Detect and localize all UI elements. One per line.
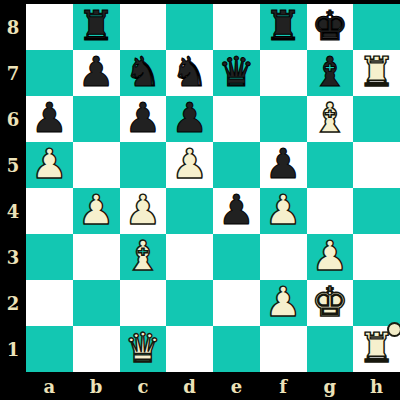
white-pawn-piece: ♟ <box>311 236 348 277</box>
rank-label-4: 4 <box>0 188 26 234</box>
square-a4[interactable] <box>26 188 73 234</box>
square-h4[interactable] <box>353 188 400 234</box>
white-bishop-piece: ♝ <box>311 98 348 139</box>
black-pawn-piece: ♟ <box>218 190 255 231</box>
black-pawn-piece: ♟ <box>78 52 115 93</box>
white-king-piece: ♚ <box>311 282 348 323</box>
square-h8[interactable] <box>353 4 400 50</box>
file-label-h: h <box>353 372 400 400</box>
square-d1[interactable] <box>166 326 213 372</box>
square-a3[interactable] <box>26 234 73 280</box>
square-f2[interactable]: ♟ <box>260 280 307 326</box>
rank-label-1: 1 <box>0 326 26 372</box>
square-c5[interactable] <box>120 142 167 188</box>
square-e5[interactable] <box>213 142 260 188</box>
square-g5[interactable] <box>307 142 354 188</box>
square-e2[interactable] <box>213 280 260 326</box>
white-bishop-piece: ♝ <box>124 236 161 277</box>
square-d7[interactable]: ♞ <box>166 50 213 96</box>
file-label-a: a <box>26 372 73 400</box>
square-b3[interactable] <box>73 234 120 280</box>
square-c7[interactable]: ♞ <box>120 50 167 96</box>
rank-label-3: 3 <box>0 234 26 280</box>
square-c2[interactable] <box>120 280 167 326</box>
white-pawn-piece: ♟ <box>124 190 161 231</box>
square-a5[interactable]: ♟ <box>26 142 73 188</box>
square-h1[interactable]: ♜ <box>353 326 400 372</box>
white-pawn-piece: ♟ <box>78 190 115 231</box>
black-king-piece: ♚ <box>311 6 348 47</box>
square-g4[interactable] <box>307 188 354 234</box>
square-d3[interactable] <box>166 234 213 280</box>
square-f3[interactable] <box>260 234 307 280</box>
square-e7[interactable]: ♛ <box>213 50 260 96</box>
file-label-g: g <box>307 372 354 400</box>
rank-label-2: 2 <box>0 280 26 326</box>
square-h6[interactable] <box>353 96 400 142</box>
black-knight-piece: ♞ <box>124 52 161 93</box>
square-f8[interactable]: ♜ <box>260 4 307 50</box>
file-label-d: d <box>166 372 213 400</box>
rank-label-5: 5 <box>0 142 26 188</box>
square-b4[interactable]: ♟ <box>73 188 120 234</box>
square-b8[interactable]: ♜ <box>73 4 120 50</box>
square-f4[interactable]: ♟ <box>260 188 307 234</box>
file-label-f: f <box>260 372 307 400</box>
square-c3[interactable]: ♝ <box>120 234 167 280</box>
white-pawn-piece: ♟ <box>265 190 302 231</box>
black-rook-piece: ♜ <box>78 6 115 47</box>
square-a2[interactable] <box>26 280 73 326</box>
black-rook-piece: ♜ <box>265 6 302 47</box>
black-pawn-piece: ♟ <box>171 98 208 139</box>
white-pawn-piece: ♟ <box>265 282 302 323</box>
square-c4[interactable]: ♟ <box>120 188 167 234</box>
square-b7[interactable]: ♟ <box>73 50 120 96</box>
black-pawn-piece: ♟ <box>124 98 161 139</box>
square-c8[interactable] <box>120 4 167 50</box>
file-label-b: b <box>73 372 120 400</box>
chess-board-frame: 87654321 ♜♜♚♟♞♞♛♝♜♟♟♟♝♟♟♟♟♟♟♟♝♟♟♚♛♜ abcd… <box>0 0 400 400</box>
black-queen-piece: ♛ <box>218 52 255 93</box>
square-b5[interactable] <box>73 142 120 188</box>
square-f6[interactable] <box>260 96 307 142</box>
square-f1[interactable] <box>260 326 307 372</box>
white-queen-piece: ♛ <box>124 328 161 369</box>
rank-label-6: 6 <box>0 96 26 142</box>
square-f7[interactable] <box>260 50 307 96</box>
white-pawn-piece: ♟ <box>171 144 208 185</box>
square-a6[interactable]: ♟ <box>26 96 73 142</box>
square-b2[interactable] <box>73 280 120 326</box>
square-a8[interactable] <box>26 4 73 50</box>
square-h2[interactable] <box>353 280 400 326</box>
square-c6[interactable]: ♟ <box>120 96 167 142</box>
rank-label-8: 8 <box>0 4 26 50</box>
square-a1[interactable] <box>26 326 73 372</box>
black-knight-piece: ♞ <box>171 52 208 93</box>
square-d6[interactable]: ♟ <box>166 96 213 142</box>
square-e4[interactable]: ♟ <box>213 188 260 234</box>
white-pawn-piece: ♟ <box>31 144 68 185</box>
square-b1[interactable] <box>73 326 120 372</box>
white-rook-piece: ♜ <box>358 52 395 93</box>
file-label-e: e <box>213 372 260 400</box>
square-e1[interactable] <box>213 326 260 372</box>
square-d2[interactable] <box>166 280 213 326</box>
file-labels: abcdefgh <box>26 372 400 400</box>
square-e3[interactable] <box>213 234 260 280</box>
square-g1[interactable] <box>307 326 354 372</box>
square-b6[interactable] <box>73 96 120 142</box>
file-label-c: c <box>120 372 167 400</box>
square-d8[interactable] <box>166 4 213 50</box>
square-d4[interactable] <box>166 188 213 234</box>
square-g7[interactable]: ♝ <box>307 50 354 96</box>
square-h7[interactable]: ♜ <box>353 50 400 96</box>
rank-label-7: 7 <box>0 50 26 96</box>
square-d5[interactable]: ♟ <box>166 142 213 188</box>
black-bishop-piece: ♝ <box>311 52 348 93</box>
square-e8[interactable] <box>213 4 260 50</box>
square-g3[interactable]: ♟ <box>307 234 354 280</box>
black-pawn-piece: ♟ <box>265 144 302 185</box>
move-indicator-badge <box>387 322 400 337</box>
square-g2[interactable]: ♚ <box>307 280 354 326</box>
rank-labels: 87654321 <box>0 4 26 372</box>
square-e6[interactable] <box>213 96 260 142</box>
square-c1[interactable]: ♛ <box>120 326 167 372</box>
square-a7[interactable] <box>26 50 73 96</box>
square-h5[interactable] <box>353 142 400 188</box>
square-h3[interactable] <box>353 234 400 280</box>
square-g8[interactable]: ♚ <box>307 4 354 50</box>
square-g6[interactable]: ♝ <box>307 96 354 142</box>
square-f5[interactable]: ♟ <box>260 142 307 188</box>
black-pawn-piece: ♟ <box>31 98 68 139</box>
board: ♜♜♚♟♞♞♛♝♜♟♟♟♝♟♟♟♟♟♟♟♝♟♟♚♛♜ <box>26 4 400 372</box>
